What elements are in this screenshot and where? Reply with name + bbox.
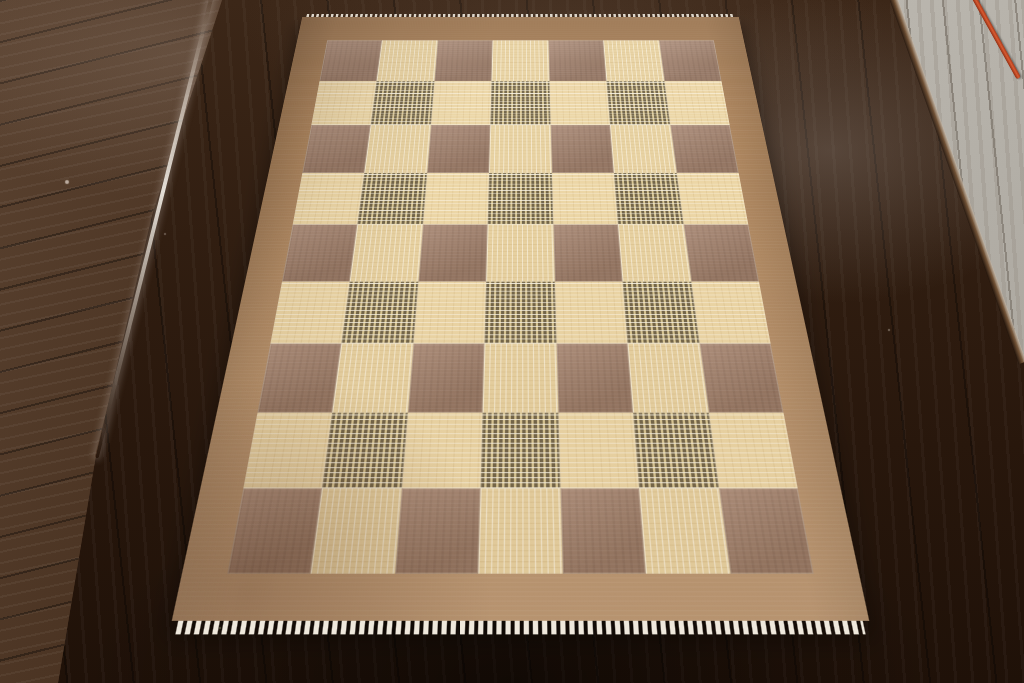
rug-square — [483, 344, 558, 413]
rug-square — [623, 281, 699, 343]
rug-square — [257, 344, 341, 413]
rug-square — [492, 40, 549, 81]
rug-square — [719, 489, 814, 574]
rug-square — [481, 413, 560, 489]
rug-square — [293, 173, 365, 225]
rug-square — [556, 344, 633, 413]
rug-square — [614, 173, 683, 225]
rug-square — [434, 40, 493, 81]
rug-square — [560, 489, 646, 574]
rug-square — [333, 344, 414, 413]
rug-square — [365, 125, 431, 173]
rug-square — [358, 173, 427, 225]
rug-square — [558, 413, 639, 489]
rug-square — [659, 40, 722, 81]
rug-square — [553, 225, 623, 282]
rug-square — [618, 225, 691, 282]
rug-square — [488, 173, 553, 225]
rug-square — [413, 281, 486, 343]
rug-square — [311, 489, 402, 574]
rug-square — [311, 81, 377, 125]
rug-square — [548, 40, 607, 81]
rug-square — [402, 413, 483, 489]
rug-square — [555, 281, 628, 343]
rug-square — [350, 225, 423, 282]
rug-square — [227, 489, 322, 574]
rug-square — [377, 40, 438, 81]
rug-square — [607, 81, 670, 125]
rug-square — [691, 281, 771, 343]
rug-square — [683, 225, 759, 282]
rug-square — [408, 344, 485, 413]
rug-square — [342, 281, 418, 343]
rug-square — [610, 125, 676, 173]
rug-fringe-bottom — [175, 621, 865, 634]
rug-square — [485, 281, 556, 343]
rug-square — [431, 81, 492, 125]
rug-square — [664, 81, 730, 125]
rug-square — [270, 281, 350, 343]
rug-square — [633, 413, 718, 489]
rug-square — [302, 125, 371, 173]
showroom-photo — [0, 0, 1024, 683]
rug-square — [550, 125, 614, 173]
rug-square — [395, 489, 481, 574]
rug-square — [549, 81, 610, 125]
rug-square — [479, 489, 563, 574]
rug-square — [628, 344, 709, 413]
rug-square — [552, 173, 618, 225]
rug-square — [489, 125, 551, 173]
rug-square — [486, 225, 554, 282]
rug-square — [639, 489, 730, 574]
rug-square — [699, 344, 783, 413]
rug-square — [427, 125, 491, 173]
rug-square — [423, 173, 489, 225]
rug-square — [603, 40, 664, 81]
rug-square — [322, 413, 407, 489]
rug-square — [708, 413, 797, 489]
rug-square — [243, 413, 332, 489]
rug-square — [418, 225, 488, 282]
rug-checkerboard — [227, 40, 813, 573]
rug-square — [371, 81, 434, 125]
rug-square — [676, 173, 748, 225]
rug-square — [670, 125, 739, 173]
rug-fringe-top — [306, 14, 734, 17]
rug-square — [320, 40, 383, 81]
floor-dust-specks — [0, 0, 2, 2]
rug-square — [282, 225, 358, 282]
rug-square — [491, 81, 551, 125]
